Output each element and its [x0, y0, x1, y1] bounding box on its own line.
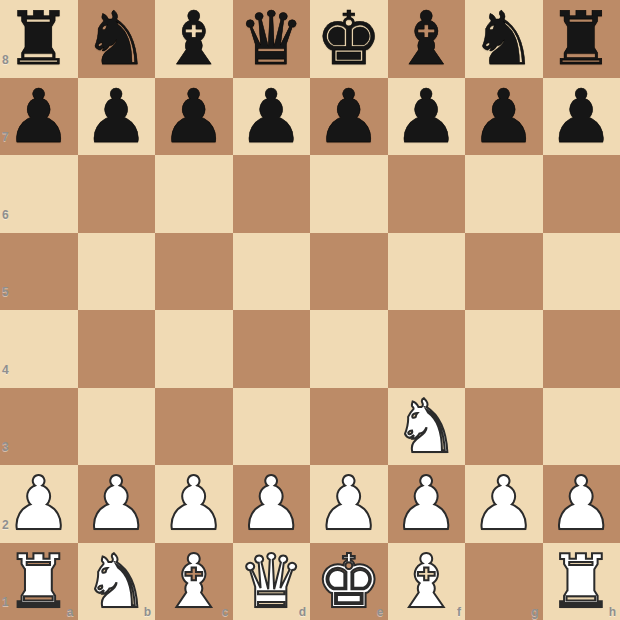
square-d3[interactable] [233, 388, 311, 466]
piece-white-queen[interactable]: ♛ [233, 543, 311, 620]
piece-black-pawn[interactable]: ♟ [78, 78, 156, 156]
square-f5[interactable] [388, 233, 466, 311]
square-g2[interactable]: ♟ [465, 465, 543, 543]
square-f2[interactable]: ♟ [388, 465, 466, 543]
square-c2[interactable]: ♟ [155, 465, 233, 543]
square-e7[interactable]: ♟ [310, 78, 388, 156]
square-b3[interactable] [78, 388, 156, 466]
piece-black-pawn[interactable]: ♟ [0, 78, 78, 156]
square-f6[interactable] [388, 155, 466, 233]
square-g6[interactable] [465, 155, 543, 233]
piece-white-bishop[interactable]: ♝ [388, 543, 466, 620]
square-h8[interactable]: ♜ [543, 0, 620, 78]
square-h6[interactable] [543, 155, 620, 233]
square-c1[interactable]: c♝ [155, 543, 233, 620]
square-c4[interactable] [155, 310, 233, 388]
square-h7[interactable]: ♟ [543, 78, 620, 156]
rank-label-3: 3 [2, 440, 9, 454]
chess-board: 8♜♞♝♛♚♝♞♜7♟♟♟♟♟♟♟♟6543♞2♟♟♟♟♟♟♟♟1a♜b♞c♝d… [0, 0, 620, 620]
square-e2[interactable]: ♟ [310, 465, 388, 543]
square-e1[interactable]: e♚ [310, 543, 388, 620]
piece-white-pawn[interactable]: ♟ [388, 465, 466, 543]
square-b2[interactable]: ♟ [78, 465, 156, 543]
square-e3[interactable] [310, 388, 388, 466]
piece-white-rook[interactable]: ♜ [543, 543, 620, 620]
piece-white-pawn[interactable]: ♟ [0, 465, 78, 543]
square-a4[interactable]: 4 [0, 310, 78, 388]
square-d6[interactable] [233, 155, 311, 233]
square-a5[interactable]: 5 [0, 233, 78, 311]
square-g5[interactable] [465, 233, 543, 311]
square-a8[interactable]: 8♜ [0, 0, 78, 78]
square-c7[interactable]: ♟ [155, 78, 233, 156]
square-b7[interactable]: ♟ [78, 78, 156, 156]
square-a3[interactable]: 3 [0, 388, 78, 466]
piece-white-pawn[interactable]: ♟ [233, 465, 311, 543]
piece-black-pawn[interactable]: ♟ [310, 78, 388, 156]
piece-white-knight[interactable]: ♞ [388, 388, 466, 466]
piece-white-king[interactable]: ♚ [310, 543, 388, 620]
square-h4[interactable] [543, 310, 620, 388]
piece-black-knight[interactable]: ♞ [78, 0, 156, 78]
piece-black-pawn[interactable]: ♟ [155, 78, 233, 156]
square-f7[interactable]: ♟ [388, 78, 466, 156]
square-d1[interactable]: d♛ [233, 543, 311, 620]
square-g7[interactable]: ♟ [465, 78, 543, 156]
square-d2[interactable]: ♟ [233, 465, 311, 543]
square-a7[interactable]: 7♟ [0, 78, 78, 156]
square-h2[interactable]: ♟ [543, 465, 620, 543]
square-c3[interactable] [155, 388, 233, 466]
piece-black-bishop[interactable]: ♝ [388, 0, 466, 78]
square-b5[interactable] [78, 233, 156, 311]
piece-black-queen[interactable]: ♛ [233, 0, 311, 78]
square-g8[interactable]: ♞ [465, 0, 543, 78]
square-g3[interactable] [465, 388, 543, 466]
square-f4[interactable] [388, 310, 466, 388]
square-f3[interactable]: ♞ [388, 388, 466, 466]
piece-white-pawn[interactable]: ♟ [155, 465, 233, 543]
square-c6[interactable] [155, 155, 233, 233]
square-b8[interactable]: ♞ [78, 0, 156, 78]
rank-label-6: 6 [2, 208, 9, 222]
piece-white-bishop[interactable]: ♝ [155, 543, 233, 620]
square-a6[interactable]: 6 [0, 155, 78, 233]
file-label-g: g [531, 605, 538, 619]
square-d4[interactable] [233, 310, 311, 388]
piece-white-pawn[interactable]: ♟ [465, 465, 543, 543]
square-c5[interactable] [155, 233, 233, 311]
piece-black-rook[interactable]: ♜ [0, 0, 78, 78]
square-b6[interactable] [78, 155, 156, 233]
piece-black-pawn[interactable]: ♟ [543, 78, 620, 156]
square-f8[interactable]: ♝ [388, 0, 466, 78]
rank-label-5: 5 [2, 285, 9, 299]
square-b1[interactable]: b♞ [78, 543, 156, 620]
rank-label-4: 4 [2, 363, 9, 377]
square-b4[interactable] [78, 310, 156, 388]
square-h5[interactable] [543, 233, 620, 311]
square-d8[interactable]: ♛ [233, 0, 311, 78]
square-a2[interactable]: 2♟ [0, 465, 78, 543]
piece-black-rook[interactable]: ♜ [543, 0, 620, 78]
square-e4[interactable] [310, 310, 388, 388]
square-a1[interactable]: 1a♜ [0, 543, 78, 620]
square-f1[interactable]: f♝ [388, 543, 466, 620]
piece-white-pawn[interactable]: ♟ [543, 465, 620, 543]
square-e6[interactable] [310, 155, 388, 233]
piece-white-pawn[interactable]: ♟ [78, 465, 156, 543]
square-g1[interactable]: g [465, 543, 543, 620]
chess-board-wrapper: 8♜♞♝♛♚♝♞♜7♟♟♟♟♟♟♟♟6543♞2♟♟♟♟♟♟♟♟1a♜b♞c♝d… [0, 0, 620, 620]
square-g4[interactable] [465, 310, 543, 388]
piece-white-rook[interactable]: ♜ [0, 543, 78, 620]
square-d7[interactable]: ♟ [233, 78, 311, 156]
piece-white-knight[interactable]: ♞ [78, 543, 156, 620]
square-e8[interactable]: ♚ [310, 0, 388, 78]
square-h3[interactable] [543, 388, 620, 466]
piece-black-pawn[interactable]: ♟ [233, 78, 311, 156]
square-d5[interactable] [233, 233, 311, 311]
square-e5[interactable] [310, 233, 388, 311]
piece-white-pawn[interactable]: ♟ [310, 465, 388, 543]
piece-black-pawn[interactable]: ♟ [465, 78, 543, 156]
piece-black-pawn[interactable]: ♟ [388, 78, 466, 156]
square-c8[interactable]: ♝ [155, 0, 233, 78]
piece-black-bishop[interactable]: ♝ [155, 0, 233, 78]
piece-black-king[interactable]: ♚ [310, 0, 388, 78]
square-h1[interactable]: h♜ [543, 543, 620, 620]
piece-black-knight[interactable]: ♞ [465, 0, 543, 78]
